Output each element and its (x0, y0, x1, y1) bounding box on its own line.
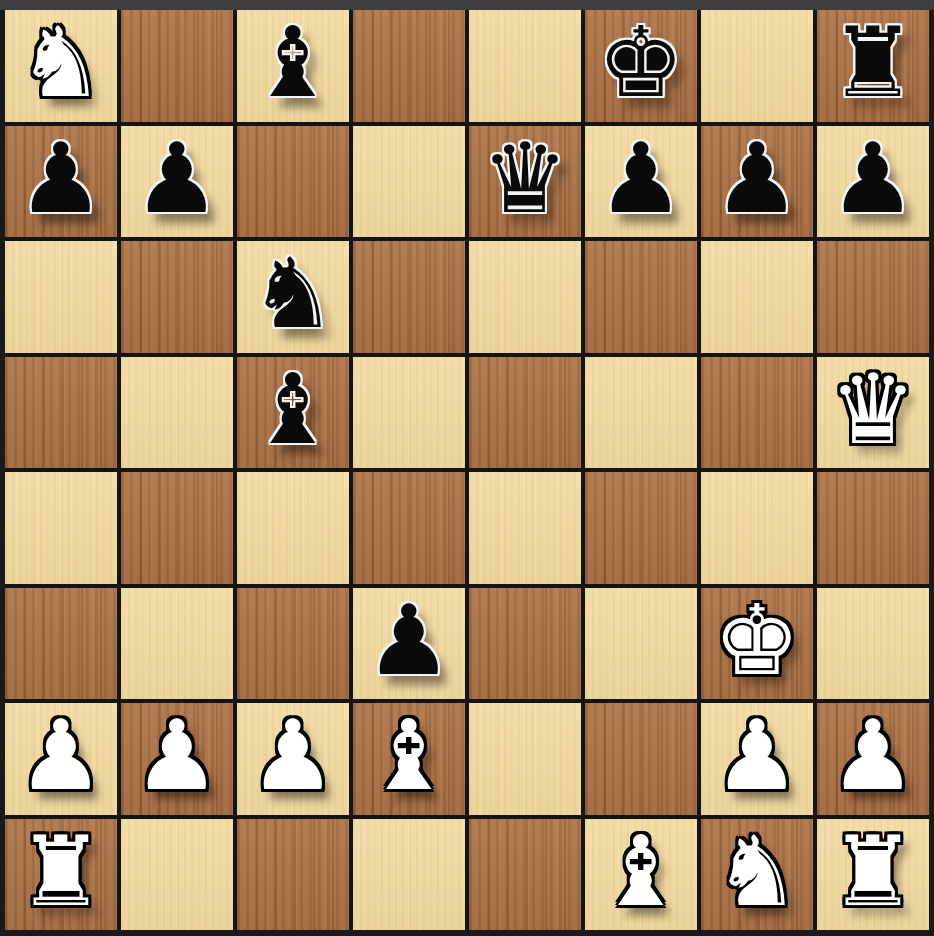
square-a1[interactable]: ♜ (5, 819, 117, 931)
square-d6[interactable] (353, 241, 465, 353)
square-f4[interactable] (585, 472, 697, 584)
square-h3[interactable] (817, 588, 929, 700)
square-c5[interactable]: ♝ (237, 357, 349, 469)
square-h1[interactable]: ♜ (817, 819, 929, 931)
square-e2[interactable] (469, 703, 581, 815)
square-d1[interactable] (353, 819, 465, 931)
square-d5[interactable] (353, 357, 465, 469)
square-d4[interactable] (353, 472, 465, 584)
square-h8[interactable]: ♜ (817, 10, 929, 122)
black-pawn[interactable]: ♟ (598, 130, 685, 227)
square-a7[interactable]: ♟ (5, 126, 117, 238)
square-f5[interactable] (585, 357, 697, 469)
chess-board: ♞♝♚♜♟♟♛♟♟♟♞♝♛♟♚♟♟♟♝♟♟♜♝♞♜ (5, 10, 929, 930)
white-bishop[interactable]: ♝ (598, 823, 685, 920)
square-d2[interactable]: ♝ (353, 703, 465, 815)
white-rook[interactable]: ♜ (18, 823, 105, 920)
square-h5[interactable]: ♛ (817, 357, 929, 469)
board-frame: ♞♝♚♜♟♟♛♟♟♟♞♝♛♟♚♟♟♟♝♟♟♜♝♞♜ (0, 0, 934, 936)
square-a6[interactable] (5, 241, 117, 353)
square-h2[interactable]: ♟ (817, 703, 929, 815)
square-e7[interactable]: ♛ (469, 126, 581, 238)
black-rook[interactable]: ♜ (830, 14, 917, 111)
square-g5[interactable] (701, 357, 813, 469)
square-b5[interactable] (121, 357, 233, 469)
black-pawn[interactable]: ♟ (714, 130, 801, 227)
white-knight[interactable]: ♞ (714, 823, 801, 920)
white-rook[interactable]: ♜ (830, 823, 917, 920)
square-e8[interactable] (469, 10, 581, 122)
square-b7[interactable]: ♟ (121, 126, 233, 238)
square-a4[interactable] (5, 472, 117, 584)
white-knight[interactable]: ♞ (18, 14, 105, 111)
square-e1[interactable] (469, 819, 581, 931)
black-pawn[interactable]: ♟ (366, 592, 453, 689)
square-f2[interactable] (585, 703, 697, 815)
square-c3[interactable] (237, 588, 349, 700)
white-pawn[interactable]: ♟ (18, 707, 105, 804)
square-b8[interactable] (121, 10, 233, 122)
white-pawn[interactable]: ♟ (134, 707, 221, 804)
black-pawn[interactable]: ♟ (18, 130, 105, 227)
square-b3[interactable] (121, 588, 233, 700)
white-bishop[interactable]: ♝ (366, 707, 453, 804)
white-queen[interactable]: ♛ (830, 361, 917, 458)
board-top-bar (0, 0, 934, 10)
square-c7[interactable] (237, 126, 349, 238)
square-a2[interactable]: ♟ (5, 703, 117, 815)
square-f7[interactable]: ♟ (585, 126, 697, 238)
square-f3[interactable] (585, 588, 697, 700)
square-e5[interactable] (469, 357, 581, 469)
white-king[interactable]: ♚ (714, 592, 801, 689)
square-g1[interactable]: ♞ (701, 819, 813, 931)
square-h7[interactable]: ♟ (817, 126, 929, 238)
square-f1[interactable]: ♝ (585, 819, 697, 931)
square-g8[interactable] (701, 10, 813, 122)
square-b4[interactable] (121, 472, 233, 584)
square-d7[interactable] (353, 126, 465, 238)
square-g6[interactable] (701, 241, 813, 353)
square-c6[interactable]: ♞ (237, 241, 349, 353)
black-pawn[interactable]: ♟ (830, 130, 917, 227)
square-e6[interactable] (469, 241, 581, 353)
square-h4[interactable] (817, 472, 929, 584)
square-e4[interactable] (469, 472, 581, 584)
square-d3[interactable]: ♟ (353, 588, 465, 700)
square-b1[interactable] (121, 819, 233, 931)
square-a3[interactable] (5, 588, 117, 700)
black-queen[interactable]: ♛ (482, 130, 569, 227)
square-c2[interactable]: ♟ (237, 703, 349, 815)
square-g4[interactable] (701, 472, 813, 584)
square-h6[interactable] (817, 241, 929, 353)
black-bishop[interactable]: ♝ (250, 14, 337, 111)
square-d8[interactable] (353, 10, 465, 122)
black-knight[interactable]: ♞ (250, 245, 337, 342)
black-king[interactable]: ♚ (598, 14, 685, 111)
square-f8[interactable]: ♚ (585, 10, 697, 122)
white-pawn[interactable]: ♟ (830, 707, 917, 804)
square-c1[interactable] (237, 819, 349, 931)
square-a5[interactable] (5, 357, 117, 469)
black-pawn[interactable]: ♟ (134, 130, 221, 227)
square-e3[interactable] (469, 588, 581, 700)
square-c8[interactable]: ♝ (237, 10, 349, 122)
square-g3[interactable]: ♚ (701, 588, 813, 700)
square-f6[interactable] (585, 241, 697, 353)
square-g2[interactable]: ♟ (701, 703, 813, 815)
white-pawn[interactable]: ♟ (714, 707, 801, 804)
square-a8[interactable]: ♞ (5, 10, 117, 122)
square-b6[interactable] (121, 241, 233, 353)
black-bishop[interactable]: ♝ (250, 361, 337, 458)
white-pawn[interactable]: ♟ (250, 707, 337, 804)
square-b2[interactable]: ♟ (121, 703, 233, 815)
square-g7[interactable]: ♟ (701, 126, 813, 238)
square-c4[interactable] (237, 472, 349, 584)
